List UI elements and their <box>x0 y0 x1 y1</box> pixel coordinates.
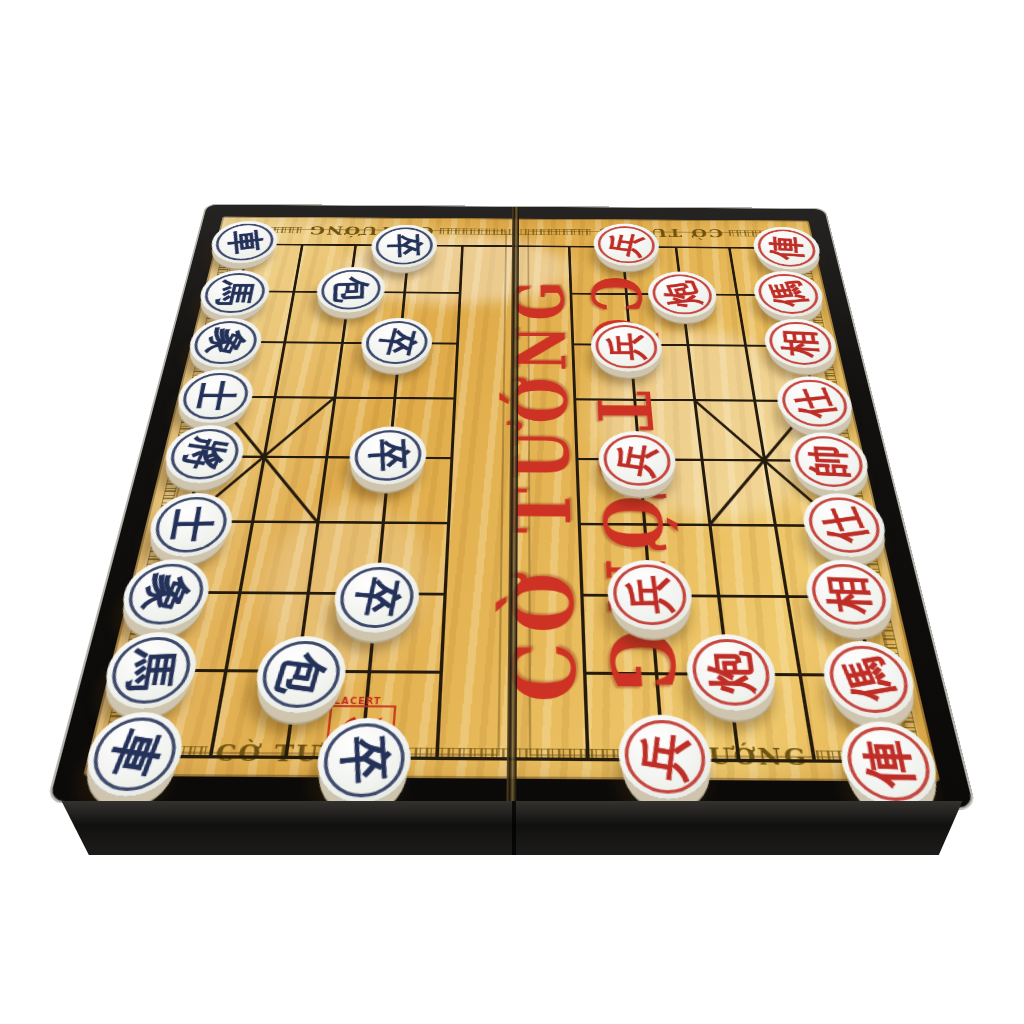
black-piece-general[interactable]: 將 <box>159 425 248 484</box>
black-piece-elephant[interactable]: 象 <box>184 318 266 368</box>
red-piece-advisor[interactable]: 仕 <box>773 376 858 430</box>
piece-character: 卒 <box>386 233 423 258</box>
red-piece-cannon[interactable]: 炮 <box>683 634 780 711</box>
red-piece-horse[interactable]: 傌 <box>750 271 827 317</box>
piece-character: 帥 <box>805 444 852 478</box>
xiangqi-board: CỜ TƯỚNG CỜ TƯỚNG CỜ TƯỚNG CỜ TƯỚNG <box>46 204 977 810</box>
piece-character: 象 <box>200 326 251 359</box>
piece-character: 兵 <box>613 441 661 479</box>
red-piece-elephant[interactable]: 相 <box>761 319 842 369</box>
piece-character: 馬 <box>123 648 179 692</box>
red-piece-soldier[interactable]: 兵 <box>606 560 695 630</box>
red-piece-elephant[interactable]: 相 <box>801 559 899 629</box>
black-piece-chariot[interactable]: 車 <box>207 221 282 264</box>
piece-character: 車 <box>226 228 265 256</box>
piece-character: 將 <box>177 435 232 473</box>
black-piece-cannon[interactable]: 包 <box>313 267 387 313</box>
piece-character: 炮 <box>659 279 706 309</box>
black-piece-soldier[interactable]: 卒 <box>346 426 428 485</box>
piece-character: 俥 <box>768 235 806 261</box>
piece-character: 仕 <box>816 505 873 546</box>
red-piece-chariot[interactable]: 俥 <box>835 721 945 807</box>
piece-character: 兵 <box>606 333 648 361</box>
piece-character: 車 <box>101 727 168 781</box>
piece-character: 卒 <box>366 438 410 473</box>
piece-character: 傌 <box>765 280 812 308</box>
black-piece-advisor[interactable]: 士 <box>172 369 257 423</box>
piece-character: 兵 <box>637 729 693 784</box>
piece-character: 包 <box>271 650 331 698</box>
red-piece-horse[interactable]: 傌 <box>818 641 922 719</box>
red-piece-soldier[interactable]: 兵 <box>617 714 716 799</box>
piece-character: 卒 <box>338 734 391 786</box>
piece-character: 兵 <box>625 575 676 615</box>
red-piece-soldier[interactable]: 兵 <box>597 431 678 490</box>
piece-character: 傌 <box>837 654 901 704</box>
red-piece-chariot[interactable]: 俥 <box>750 227 824 270</box>
red-piece-cannon[interactable]: 炮 <box>646 271 720 317</box>
piece-character: 包 <box>332 276 370 303</box>
red-piece-soldier[interactable]: 兵 <box>592 223 661 266</box>
piece-character: 兵 <box>605 231 646 259</box>
black-piece-advisor[interactable]: 士 <box>143 493 237 557</box>
black-piece-horse[interactable]: 馬 <box>98 632 203 709</box>
red-piece-soldier[interactable]: 兵 <box>590 322 665 372</box>
piece-character: 卒 <box>350 576 404 619</box>
black-piece-soldier[interactable]: 卒 <box>313 718 413 804</box>
product-photo: CỜ TƯỚNG CỜ TƯỚNG CỜ TƯỚNG CỜ TƯỚNG <box>0 0 1024 1024</box>
black-piece-cannon[interactable]: 包 <box>251 636 349 714</box>
piece-character: 仕 <box>789 386 841 420</box>
red-piece-general[interactable]: 帥 <box>785 432 874 491</box>
black-piece-horse[interactable]: 馬 <box>195 270 273 316</box>
piece-character: 俥 <box>859 739 919 787</box>
piece-character: 士 <box>166 506 217 542</box>
red-piece-advisor[interactable]: 仕 <box>798 493 892 557</box>
piece-character: 象 <box>136 571 197 616</box>
black-piece-soldier[interactable]: 卒 <box>369 225 439 268</box>
piece-character: 炮 <box>704 651 758 694</box>
piece-character: 相 <box>823 574 876 614</box>
black-piece-chariot[interactable]: 車 <box>78 712 189 797</box>
piece-character: 馬 <box>213 280 256 306</box>
board-side-edge <box>56 801 968 855</box>
black-piece-elephant[interactable]: 象 <box>115 559 215 629</box>
black-piece-soldier[interactable]: 卒 <box>331 562 422 633</box>
black-piece-soldier[interactable]: 卒 <box>358 318 433 368</box>
piece-character: 士 <box>192 381 239 411</box>
piece-character: 相 <box>779 329 821 358</box>
piece-character: 卒 <box>374 327 420 358</box>
